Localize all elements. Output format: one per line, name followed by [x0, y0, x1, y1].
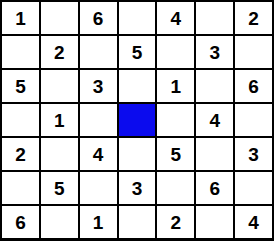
cell-r4c1[interactable]: [2, 104, 39, 136]
cell-r1c2[interactable]: [41, 2, 78, 34]
cell-r6c1[interactable]: [2, 172, 39, 204]
cell-r5c3[interactable]: 4: [80, 138, 117, 170]
cell-r2c1[interactable]: [2, 36, 39, 68]
cell-r5c5[interactable]: 5: [157, 138, 194, 170]
cell-r6c7[interactable]: [235, 172, 272, 204]
cell-r7c4[interactable]: [119, 206, 156, 238]
cell-r5c6[interactable]: [196, 138, 233, 170]
cell-r5c2[interactable]: [41, 138, 78, 170]
cell-r7c7[interactable]: 4: [235, 206, 272, 238]
cell-r6c2[interactable]: 5: [41, 172, 78, 204]
cell-r3c4[interactable]: [119, 70, 156, 102]
cell-r3c2[interactable]: [41, 70, 78, 102]
cell-r2c4[interactable]: 5: [119, 36, 156, 68]
cell-r3c3[interactable]: 3: [80, 70, 117, 102]
puzzle-board: 164225353161424535366124: [0, 0, 274, 241]
cell-r4c5[interactable]: [157, 104, 194, 136]
cell-r1c5[interactable]: 4: [157, 2, 194, 34]
cell-r4c3[interactable]: [80, 104, 117, 136]
cell-r2c7[interactable]: [235, 36, 272, 68]
cell-r3c5[interactable]: 1: [157, 70, 194, 102]
cell-r1c1[interactable]: 1: [2, 2, 39, 34]
cell-r2c5[interactable]: [157, 36, 194, 68]
highlight-cell[interactable]: [119, 104, 156, 136]
cell-r7c2[interactable]: [41, 206, 78, 238]
cell-r3c6[interactable]: [196, 70, 233, 102]
cell-r5c1[interactable]: 2: [2, 138, 39, 170]
cell-r5c4[interactable]: [119, 138, 156, 170]
cell-r6c3[interactable]: [80, 172, 117, 204]
cell-r6c4[interactable]: 3: [119, 172, 156, 204]
cell-r5c7[interactable]: 3: [235, 138, 272, 170]
cell-r6c6[interactable]: 6: [196, 172, 233, 204]
cell-r4c6[interactable]: 4: [196, 104, 233, 136]
cell-r1c3[interactable]: 6: [80, 2, 117, 34]
cell-r7c6[interactable]: [196, 206, 233, 238]
cell-r1c6[interactable]: [196, 2, 233, 34]
cell-r2c2[interactable]: 2: [41, 36, 78, 68]
cell-r6c5[interactable]: [157, 172, 194, 204]
cell-r4c7[interactable]: [235, 104, 272, 136]
cell-r7c3[interactable]: 1: [80, 206, 117, 238]
cell-r3c1[interactable]: 5: [2, 70, 39, 102]
cell-r1c7[interactable]: 2: [235, 2, 272, 34]
cell-r7c1[interactable]: 6: [2, 206, 39, 238]
cell-r1c4[interactable]: [119, 2, 156, 34]
cell-r2c3[interactable]: [80, 36, 117, 68]
cell-r7c5[interactable]: 2: [157, 206, 194, 238]
cell-r2c6[interactable]: 3: [196, 36, 233, 68]
cell-r3c7[interactable]: 6: [235, 70, 272, 102]
cell-r4c2[interactable]: 1: [41, 104, 78, 136]
